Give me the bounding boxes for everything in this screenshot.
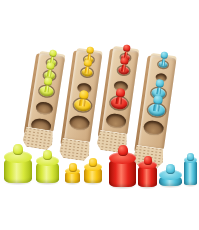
cylinder-knob bbox=[89, 158, 97, 167]
empty-hole bbox=[105, 112, 127, 129]
loose-cylinder-red-large bbox=[109, 144, 136, 187]
loose-cylinder-lime-medium bbox=[36, 149, 59, 183]
loose-cylinder-lime-large bbox=[4, 143, 32, 183]
cylinder-knob bbox=[13, 144, 23, 155]
cylinder-knob bbox=[144, 156, 152, 165]
loose-cylinder-yellow-medium bbox=[84, 157, 102, 183]
loose-cylinder-yellow-small bbox=[65, 162, 80, 183]
inserted-cylinder-knob bbox=[120, 57, 128, 65]
loose-cylinder-cyan-narrow-tall bbox=[184, 152, 197, 185]
cylinder-body bbox=[184, 160, 197, 185]
cylinder-knob bbox=[187, 153, 194, 161]
inserted-cylinder-knob bbox=[84, 59, 92, 67]
inserted-cylinder-knob bbox=[153, 95, 163, 105]
empty-hole bbox=[35, 101, 54, 116]
inserted-cylinder-knob bbox=[86, 46, 94, 54]
cylinder-knob bbox=[69, 163, 77, 172]
inserted-cylinder-knob bbox=[155, 79, 164, 88]
cylinder-block-red bbox=[96, 45, 140, 154]
inserted-cylinder-knob bbox=[49, 49, 57, 57]
cylinder-block-lime bbox=[22, 50, 67, 151]
block-top-face bbox=[138, 55, 177, 150]
empty-hole bbox=[143, 119, 165, 136]
inserted-cylinder-knob bbox=[160, 51, 168, 59]
cylinder-knob bbox=[118, 145, 128, 156]
cylinder-knob bbox=[43, 150, 52, 160]
inserted-cylinder-stem bbox=[116, 97, 122, 105]
cylinder-block-cyan bbox=[132, 52, 178, 169]
empty-hole bbox=[69, 114, 91, 131]
inserted-cylinder-knob bbox=[115, 88, 125, 98]
inserted-cylinder-knob bbox=[78, 90, 88, 100]
inserted-cylinder-knob bbox=[46, 62, 55, 71]
loose-cylinder-red-medium bbox=[138, 155, 157, 187]
block-top-face bbox=[28, 53, 66, 132]
inserted-cylinder-knob bbox=[44, 77, 53, 86]
block-top-face bbox=[102, 48, 139, 135]
loose-cylinder-cyan-wide-flat bbox=[159, 163, 182, 186]
cylinder-knob bbox=[166, 164, 175, 174]
inserted-cylinder-knob bbox=[122, 44, 130, 52]
block-top-face bbox=[64, 50, 102, 143]
product-photo bbox=[0, 0, 199, 230]
inserted-cylinder-stem bbox=[153, 104, 159, 112]
inserted-cylinder-stem bbox=[79, 99, 85, 107]
